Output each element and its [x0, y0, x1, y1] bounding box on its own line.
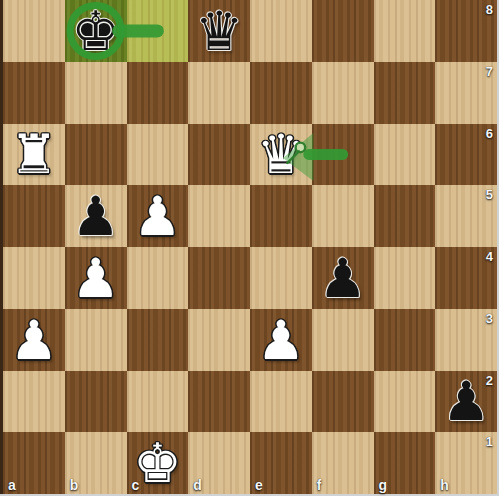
rank-label-3: 3 — [486, 311, 493, 326]
file-label-d: d — [193, 477, 202, 493]
rank-label-7: 7 — [486, 64, 493, 79]
white-queen[interactable]: ♛ — [250, 125, 312, 187]
square-f4[interactable]: ♟ — [312, 247, 374, 309]
square-g3[interactable] — [374, 309, 436, 371]
square-c4[interactable] — [127, 247, 189, 309]
square-d2[interactable] — [188, 371, 250, 433]
file-label-f: f — [317, 477, 322, 493]
square-h2[interactable]: ♟2 — [435, 371, 497, 433]
square-g4[interactable] — [374, 247, 436, 309]
square-g6[interactable] — [374, 124, 436, 186]
square-f1[interactable]: f — [312, 432, 374, 494]
square-h6[interactable]: 6 — [435, 124, 497, 186]
file-label-e: e — [255, 477, 263, 493]
file-label-g: g — [379, 477, 388, 493]
square-g8[interactable] — [374, 0, 436, 62]
square-d5[interactable] — [188, 185, 250, 247]
square-b7[interactable] — [65, 62, 127, 124]
white-pawn[interactable]: ♟ — [3, 310, 65, 372]
square-a8[interactable] — [3, 0, 65, 62]
square-a1[interactable]: a — [3, 432, 65, 494]
square-a2[interactable] — [3, 371, 65, 433]
square-h5[interactable]: 5 — [435, 185, 497, 247]
square-b3[interactable] — [65, 309, 127, 371]
file-label-a: a — [8, 477, 16, 493]
square-g7[interactable] — [374, 62, 436, 124]
square-c2[interactable] — [127, 371, 189, 433]
square-f8[interactable] — [312, 0, 374, 62]
square-b2[interactable] — [65, 371, 127, 433]
square-f3[interactable] — [312, 309, 374, 371]
square-a3[interactable]: ♟ — [3, 309, 65, 371]
square-d8[interactable]: ♛ — [188, 0, 250, 62]
square-a7[interactable] — [3, 62, 65, 124]
rank-label-5: 5 — [486, 187, 493, 202]
black-pawn[interactable]: ♟ — [312, 248, 374, 310]
white-pawn[interactable]: ♟ — [65, 248, 127, 310]
square-h8[interactable]: 8 — [435, 0, 497, 62]
file-label-b: b — [70, 477, 79, 493]
square-b4[interactable]: ♟ — [65, 247, 127, 309]
square-e7[interactable] — [250, 62, 312, 124]
square-e3[interactable]: ♟ — [250, 309, 312, 371]
square-e1[interactable]: e — [250, 432, 312, 494]
rank-label-1: 1 — [486, 434, 493, 449]
square-e6[interactable]: ♛ — [250, 124, 312, 186]
square-f7[interactable] — [312, 62, 374, 124]
square-f2[interactable] — [312, 371, 374, 433]
square-c5[interactable]: ♟ — [127, 185, 189, 247]
white-pawn[interactable]: ♟ — [127, 186, 189, 248]
rank-label-2: 2 — [486, 373, 493, 388]
square-e5[interactable] — [250, 185, 312, 247]
file-label-h: h — [440, 477, 449, 493]
square-c7[interactable] — [127, 62, 189, 124]
square-d6[interactable] — [188, 124, 250, 186]
square-b6[interactable] — [65, 124, 127, 186]
square-e2[interactable] — [250, 371, 312, 433]
square-b1[interactable]: b — [65, 432, 127, 494]
square-f5[interactable] — [312, 185, 374, 247]
square-a6[interactable]: ♜ — [3, 124, 65, 186]
square-c8[interactable] — [127, 0, 189, 62]
square-e4[interactable] — [250, 247, 312, 309]
square-a5[interactable] — [3, 185, 65, 247]
chess-board: ♚♛87♜♛6♟♟5♟♟4♟♟3♟2ab♚cdefg1h — [3, 0, 497, 494]
square-h3[interactable]: 3 — [435, 309, 497, 371]
board-container: ♚♛87♜♛6♟♟5♟♟4♟♟3♟2ab♚cdefg1h — [0, 0, 499, 496]
square-d3[interactable] — [188, 309, 250, 371]
rank-label-6: 6 — [486, 126, 493, 141]
square-d7[interactable] — [188, 62, 250, 124]
white-rook[interactable]: ♜ — [3, 125, 65, 187]
square-c1[interactable]: ♚c — [127, 432, 189, 494]
black-king[interactable]: ♚ — [65, 1, 127, 63]
square-b5[interactable]: ♟ — [65, 185, 127, 247]
square-h7[interactable]: 7 — [435, 62, 497, 124]
square-g2[interactable] — [374, 371, 436, 433]
square-g1[interactable]: g — [374, 432, 436, 494]
square-f6[interactable] — [312, 124, 374, 186]
square-h1[interactable]: 1h — [435, 432, 497, 494]
black-queen[interactable]: ♛ — [188, 1, 250, 63]
square-c6[interactable] — [127, 124, 189, 186]
square-h4[interactable]: 4 — [435, 247, 497, 309]
square-d1[interactable]: d — [188, 432, 250, 494]
rank-label-8: 8 — [486, 2, 493, 17]
square-a4[interactable] — [3, 247, 65, 309]
square-g5[interactable] — [374, 185, 436, 247]
black-pawn[interactable]: ♟ — [65, 186, 127, 248]
square-d4[interactable] — [188, 247, 250, 309]
square-b8[interactable]: ♚ — [65, 0, 127, 62]
white-pawn[interactable]: ♟ — [250, 310, 312, 372]
square-c3[interactable] — [127, 309, 189, 371]
file-label-c: c — [132, 477, 140, 493]
square-e8[interactable] — [250, 0, 312, 62]
rank-label-4: 4 — [486, 249, 493, 264]
